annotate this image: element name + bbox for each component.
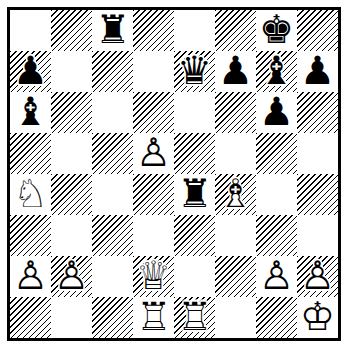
square-b7[interactable] bbox=[51, 51, 92, 92]
square-h4[interactable] bbox=[297, 174, 338, 215]
square-h6[interactable] bbox=[297, 92, 338, 133]
square-f7[interactable]: ♟♟ bbox=[215, 51, 256, 92]
square-h7[interactable]: ♟♟ bbox=[297, 51, 338, 92]
piece-glyph: ♝ bbox=[256, 50, 297, 91]
square-d5[interactable]: ♟♙ bbox=[133, 133, 174, 174]
square-c7[interactable] bbox=[92, 51, 133, 92]
square-d8[interactable] bbox=[133, 10, 174, 51]
square-g8[interactable]: ♚♚ bbox=[256, 10, 297, 51]
square-h8[interactable] bbox=[297, 10, 338, 51]
square-a4[interactable]: ♞♘ bbox=[10, 174, 51, 215]
piece-glyph: ♖ bbox=[133, 296, 174, 337]
piece-glyph: ♟ bbox=[297, 50, 338, 91]
square-a8[interactable] bbox=[10, 10, 51, 51]
square-b1[interactable] bbox=[51, 297, 92, 338]
square-g3[interactable] bbox=[256, 215, 297, 256]
white-knight-piece: ♞♘ bbox=[10, 174, 51, 215]
square-h5[interactable] bbox=[297, 133, 338, 174]
square-a3[interactable] bbox=[10, 215, 51, 256]
square-e2[interactable] bbox=[174, 256, 215, 297]
square-e4[interactable]: ♜♜ bbox=[174, 174, 215, 215]
white-pawn-piece: ♟♙ bbox=[256, 256, 297, 297]
square-c6[interactable] bbox=[92, 92, 133, 133]
square-e3[interactable] bbox=[174, 215, 215, 256]
square-c5[interactable] bbox=[92, 133, 133, 174]
piece-glyph: ♘ bbox=[10, 173, 51, 214]
square-f4[interactable]: ♝♗ bbox=[215, 174, 256, 215]
square-d2[interactable]: ♛♕ bbox=[133, 256, 174, 297]
square-d3[interactable] bbox=[133, 215, 174, 256]
square-d6[interactable] bbox=[133, 92, 174, 133]
white-pawn-piece: ♟♙ bbox=[133, 133, 174, 174]
square-c8[interactable]: ♜♜ bbox=[92, 10, 133, 51]
black-king-piece: ♚♚ bbox=[256, 10, 297, 51]
square-h2[interactable]: ♟♙ bbox=[297, 256, 338, 297]
square-g1[interactable] bbox=[256, 297, 297, 338]
square-c2[interactable] bbox=[92, 256, 133, 297]
square-f6[interactable] bbox=[215, 92, 256, 133]
square-h3[interactable] bbox=[297, 215, 338, 256]
square-d7[interactable] bbox=[133, 51, 174, 92]
black-pawn-piece: ♟♟ bbox=[297, 51, 338, 92]
square-f2[interactable] bbox=[215, 256, 256, 297]
square-b5[interactable] bbox=[51, 133, 92, 174]
square-f1[interactable] bbox=[215, 297, 256, 338]
white-pawn-piece: ♟♙ bbox=[297, 256, 338, 297]
white-rook-piece: ♜♖ bbox=[133, 297, 174, 338]
chess-board-frame: ♜♜♚♚♟♟♛♛♟♟♝♝♟♟♝♝♟♟♟♙♞♘♜♜♝♗♟♙♟♙♛♕♟♙♟♙♜♖♜♖… bbox=[7, 7, 341, 341]
square-b3[interactable] bbox=[51, 215, 92, 256]
piece-glyph: ♔ bbox=[297, 296, 338, 337]
piece-glyph: ♙ bbox=[10, 255, 51, 296]
square-a5[interactable] bbox=[10, 133, 51, 174]
piece-glyph: ♗ bbox=[215, 173, 256, 214]
piece-glyph: ♙ bbox=[256, 255, 297, 296]
white-bishop-piece: ♝♗ bbox=[215, 174, 256, 215]
piece-glyph: ♙ bbox=[297, 255, 338, 296]
piece-glyph: ♜ bbox=[92, 9, 133, 50]
black-rook-piece: ♜♜ bbox=[92, 10, 133, 51]
white-rook-piece: ♜♖ bbox=[174, 297, 215, 338]
chess-board: ♜♜♚♚♟♟♛♛♟♟♝♝♟♟♝♝♟♟♟♙♞♘♜♜♝♗♟♙♟♙♛♕♟♙♟♙♜♖♜♖… bbox=[10, 10, 338, 338]
white-queen-piece: ♛♕ bbox=[133, 256, 174, 297]
piece-glyph: ♖ bbox=[174, 296, 215, 337]
black-pawn-piece: ♟♟ bbox=[215, 51, 256, 92]
square-c3[interactable] bbox=[92, 215, 133, 256]
piece-glyph: ♝ bbox=[10, 91, 51, 132]
square-b4[interactable] bbox=[51, 174, 92, 215]
square-g6[interactable]: ♟♟ bbox=[256, 92, 297, 133]
square-b6[interactable] bbox=[51, 92, 92, 133]
square-f5[interactable] bbox=[215, 133, 256, 174]
square-b8[interactable] bbox=[51, 10, 92, 51]
square-a7[interactable]: ♟♟ bbox=[10, 51, 51, 92]
piece-glyph: ♛ bbox=[174, 50, 215, 91]
square-b2[interactable]: ♟♙ bbox=[51, 256, 92, 297]
square-a1[interactable] bbox=[10, 297, 51, 338]
square-f3[interactable] bbox=[215, 215, 256, 256]
white-pawn-piece: ♟♙ bbox=[10, 256, 51, 297]
piece-glyph: ♟ bbox=[10, 50, 51, 91]
piece-glyph: ♜ bbox=[174, 173, 215, 214]
black-bishop-piece: ♝♝ bbox=[10, 92, 51, 133]
black-pawn-piece: ♟♟ bbox=[10, 51, 51, 92]
black-pawn-piece: ♟♟ bbox=[256, 92, 297, 133]
square-d1[interactable]: ♜♖ bbox=[133, 297, 174, 338]
square-a6[interactable]: ♝♝ bbox=[10, 92, 51, 133]
square-e1[interactable]: ♜♖ bbox=[174, 297, 215, 338]
square-g4[interactable] bbox=[256, 174, 297, 215]
square-h1[interactable]: ♚♔ bbox=[297, 297, 338, 338]
square-d4[interactable] bbox=[133, 174, 174, 215]
piece-glyph: ♕ bbox=[133, 255, 174, 296]
square-g5[interactable] bbox=[256, 133, 297, 174]
square-c4[interactable] bbox=[92, 174, 133, 215]
black-queen-piece: ♛♛ bbox=[174, 51, 215, 92]
piece-glyph: ♚ bbox=[256, 9, 297, 50]
square-g7[interactable]: ♝♝ bbox=[256, 51, 297, 92]
piece-glyph: ♙ bbox=[133, 132, 174, 173]
square-e8[interactable] bbox=[174, 10, 215, 51]
square-c1[interactable] bbox=[92, 297, 133, 338]
square-f8[interactable] bbox=[215, 10, 256, 51]
black-bishop-piece: ♝♝ bbox=[256, 51, 297, 92]
square-e5[interactable] bbox=[174, 133, 215, 174]
white-pawn-piece: ♟♙ bbox=[51, 256, 92, 297]
square-g2[interactable]: ♟♙ bbox=[256, 256, 297, 297]
white-king-piece: ♚♔ bbox=[297, 297, 338, 338]
black-rook-piece: ♜♜ bbox=[174, 174, 215, 215]
square-a2[interactable]: ♟♙ bbox=[10, 256, 51, 297]
square-e6[interactable] bbox=[174, 92, 215, 133]
piece-glyph: ♟ bbox=[256, 91, 297, 132]
piece-glyph: ♟ bbox=[215, 50, 256, 91]
square-e7[interactable]: ♛♛ bbox=[174, 51, 215, 92]
piece-glyph: ♙ bbox=[51, 255, 92, 296]
